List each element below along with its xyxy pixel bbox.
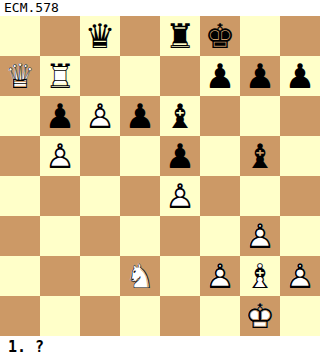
move-prompt: 1. ? [0,336,320,360]
white-rook: ♜♖ [40,56,80,96]
square-d7[interactable] [120,56,160,96]
square-h2[interactable]: ♟♙ [280,256,320,296]
square-a5[interactable] [0,136,40,176]
square-a1[interactable] [0,296,40,336]
square-b3[interactable] [40,216,80,256]
black-bishop: ♝ [240,136,280,176]
square-f6[interactable] [200,96,240,136]
square-h4[interactable] [280,176,320,216]
square-b5[interactable]: ♟♙ [40,136,80,176]
square-e4[interactable]: ♟♙ [160,176,200,216]
white-pawn: ♟♙ [40,136,80,176]
square-d8[interactable] [120,16,160,56]
square-c4[interactable] [80,176,120,216]
square-d1[interactable] [120,296,160,336]
square-g6[interactable] [240,96,280,136]
square-a4[interactable] [0,176,40,216]
square-e1[interactable] [160,296,200,336]
square-c3[interactable] [80,216,120,256]
square-e6[interactable]: ♝ [160,96,200,136]
white-pawn: ♟♙ [80,96,120,136]
square-c6[interactable]: ♟♙ [80,96,120,136]
white-knight: ♞♘ [120,256,160,296]
black-bishop: ♝ [160,96,200,136]
square-d6[interactable]: ♟ [120,96,160,136]
square-a3[interactable] [0,216,40,256]
square-g3[interactable]: ♟♙ [240,216,280,256]
square-h7[interactable]: ♟ [280,56,320,96]
square-b2[interactable] [40,256,80,296]
square-e2[interactable] [160,256,200,296]
square-b6[interactable]: ♟ [40,96,80,136]
square-f4[interactable] [200,176,240,216]
square-g2[interactable]: ♝♗ [240,256,280,296]
square-g5[interactable]: ♝ [240,136,280,176]
square-b4[interactable] [40,176,80,216]
square-c5[interactable] [80,136,120,176]
square-g4[interactable] [240,176,280,216]
square-c8[interactable]: ♛ [80,16,120,56]
square-d3[interactable] [120,216,160,256]
black-pawn: ♟ [160,136,200,176]
square-f1[interactable] [200,296,240,336]
square-h6[interactable] [280,96,320,136]
black-pawn: ♟ [40,96,80,136]
black-king: ♚ [200,16,240,56]
white-king: ♚♔ [240,296,280,336]
chess-program-window: ECM.578 ♛♜♚♛♕♜♖♟♟♟♟♟♙♟♝♟♙♟♝♟♙♟♙♞♘♟♙♝♗♟♙♚… [0,0,320,360]
square-e7[interactable] [160,56,200,96]
square-g7[interactable]: ♟ [240,56,280,96]
square-e3[interactable] [160,216,200,256]
square-c1[interactable] [80,296,120,336]
square-d4[interactable] [120,176,160,216]
white-pawn: ♟♙ [240,216,280,256]
square-a2[interactable] [0,256,40,296]
square-f8[interactable]: ♚ [200,16,240,56]
square-c2[interactable] [80,256,120,296]
white-queen: ♛♕ [0,56,40,96]
square-b1[interactable] [40,296,80,336]
chess-board: ♛♜♚♛♕♜♖♟♟♟♟♟♙♟♝♟♙♟♝♟♙♟♙♞♘♟♙♝♗♟♙♚♔ [0,16,320,336]
square-g1[interactable]: ♚♔ [240,296,280,336]
square-f7[interactable]: ♟ [200,56,240,96]
white-pawn: ♟♙ [280,256,320,296]
square-f5[interactable] [200,136,240,176]
square-f2[interactable]: ♟♙ [200,256,240,296]
square-d5[interactable] [120,136,160,176]
square-e8[interactable]: ♜ [160,16,200,56]
black-queen: ♛ [80,16,120,56]
black-rook: ♜ [160,16,200,56]
white-pawn: ♟♙ [160,176,200,216]
square-h5[interactable] [280,136,320,176]
square-f3[interactable] [200,216,240,256]
square-h1[interactable] [280,296,320,336]
square-h3[interactable] [280,216,320,256]
square-c7[interactable] [80,56,120,96]
square-a7[interactable]: ♛♕ [0,56,40,96]
square-g8[interactable] [240,16,280,56]
black-pawn: ♟ [120,96,160,136]
square-a6[interactable] [0,96,40,136]
black-pawn: ♟ [200,56,240,96]
square-a8[interactable] [0,16,40,56]
square-h8[interactable] [280,16,320,56]
white-bishop: ♝♗ [240,256,280,296]
square-e5[interactable]: ♟ [160,136,200,176]
white-pawn: ♟♙ [200,256,240,296]
black-pawn: ♟ [240,56,280,96]
black-pawn: ♟ [280,56,320,96]
puzzle-title: ECM.578 [0,0,320,16]
square-b7[interactable]: ♜♖ [40,56,80,96]
square-d2[interactable]: ♞♘ [120,256,160,296]
square-b8[interactable] [40,16,80,56]
